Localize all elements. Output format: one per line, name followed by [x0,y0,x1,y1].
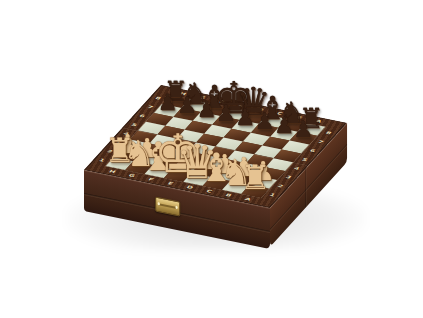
brass-clasp [155,197,180,217]
clasp-screw [175,206,177,209]
file-label-front-g: G [127,173,136,178]
file-label-rear-h: H [178,91,187,96]
file-label-rear-e: E [237,103,245,108]
rank-label-right-2: 2 [277,184,285,189]
file-label-rear-g: G [198,95,207,100]
rank-label-left-4: 4 [122,131,130,136]
clasp-screw [158,202,160,205]
file-label-rear-b: B [295,115,304,120]
file-label-front-f: F [147,177,155,182]
file-label-front-b: B [224,193,233,198]
file-label-front-h: H [108,169,117,174]
file-label-rear-f: F [218,99,226,104]
rank-label-right-8: 8 [325,131,333,136]
file-label-rear-a: A [314,119,323,124]
file-label-front-a: A [244,197,253,202]
rank-label-left-1: 1 [98,158,106,163]
rank-label-left-6: 6 [138,114,146,119]
rank-label-left-5: 5 [130,122,138,127]
file-label-front-d: D [185,185,194,190]
rank-label-right-3: 3 [285,175,293,180]
file-label-rear-d: D [256,107,265,112]
rank-label-right-1: 1 [269,193,277,198]
file-label-rear-c: C [276,111,284,116]
rank-label-left-2: 2 [106,149,114,154]
clasp-bar [158,203,177,209]
file-label-front-c: C [205,189,213,194]
rank-label-right-5: 5 [301,157,309,162]
rank-label-left-7: 7 [146,105,154,110]
rank-label-right-4: 4 [293,166,301,171]
rank-label-right-7: 7 [317,139,325,144]
file-label-front-e: E [166,181,174,186]
fold-hinge-seam [305,167,306,207]
chess-set-photo: HGFEDCBAHGFEDCBA1234567812345678 ♜♞♝♟♚♟♛… [0,0,423,318]
rank-label-left-8: 8 [154,96,162,101]
rank-label-left-3: 3 [114,140,122,145]
rank-label-right-6: 6 [309,148,317,153]
